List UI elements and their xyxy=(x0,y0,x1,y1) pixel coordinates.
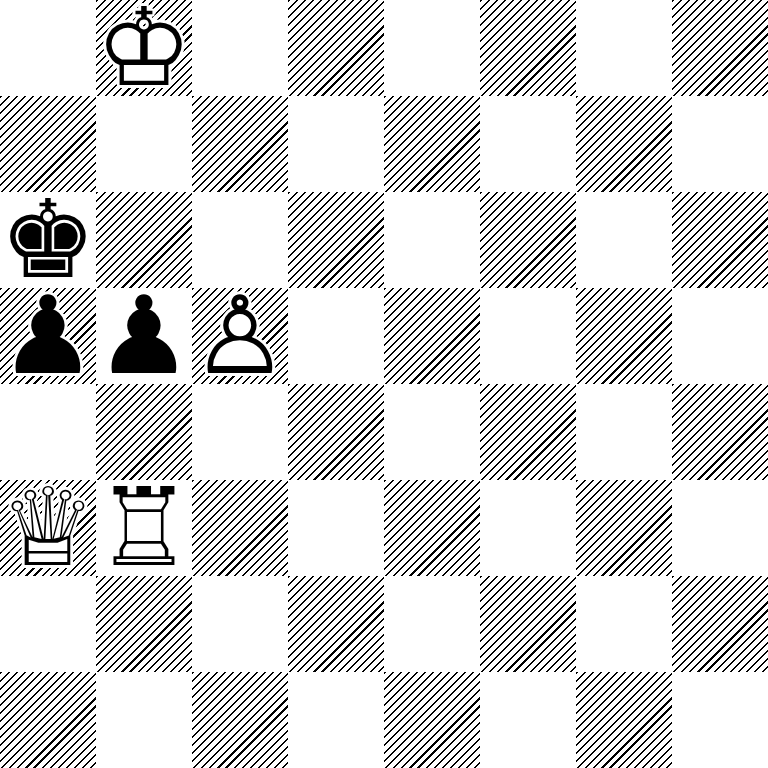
square-c3[interactable] xyxy=(192,480,288,576)
square-f8[interactable] xyxy=(480,0,576,96)
square-g6[interactable] xyxy=(576,192,672,288)
square-e4[interactable] xyxy=(384,384,480,480)
piece-black-pawn-icon: ♟ xyxy=(0,282,96,390)
square-a5[interactable]: ♟♟ xyxy=(0,288,96,384)
square-a3[interactable]: ♛♕ xyxy=(0,480,96,576)
square-a4[interactable] xyxy=(0,384,96,480)
square-e5[interactable] xyxy=(384,288,480,384)
square-c1[interactable] xyxy=(192,672,288,768)
square-f7[interactable] xyxy=(480,96,576,192)
piece-white-rook-icon: ♖ xyxy=(96,474,193,582)
square-b2[interactable] xyxy=(96,576,192,672)
white-pawn-silhouette-icon: ♟ xyxy=(192,282,289,390)
square-a6[interactable]: ♚♚ xyxy=(0,192,96,288)
square-a2[interactable] xyxy=(0,576,96,672)
white-queen-silhouette-icon: ♛ xyxy=(0,474,96,582)
square-h5[interactable] xyxy=(672,288,768,384)
square-b7[interactable] xyxy=(96,96,192,192)
black-king-silhouette-icon: ♚ xyxy=(0,186,96,294)
square-g1[interactable] xyxy=(576,672,672,768)
square-d3[interactable] xyxy=(288,480,384,576)
square-b1[interactable] xyxy=(96,672,192,768)
square-e7[interactable] xyxy=(384,96,480,192)
piece-black-king-icon: ♚ xyxy=(0,186,96,294)
piece-black-pawn-icon: ♟ xyxy=(96,282,193,390)
square-f1[interactable] xyxy=(480,672,576,768)
black-pawn-silhouette-icon: ♟ xyxy=(96,282,193,390)
square-c8[interactable] xyxy=(192,0,288,96)
chess-board: ♚♔♚♚♟♟♟♟♟♙♛♕♜♖ xyxy=(0,0,768,768)
square-h3[interactable] xyxy=(672,480,768,576)
square-g8[interactable] xyxy=(576,0,672,96)
square-h8[interactable] xyxy=(672,0,768,96)
square-d8[interactable] xyxy=(288,0,384,96)
square-g5[interactable] xyxy=(576,288,672,384)
square-b8[interactable]: ♚♔ xyxy=(96,0,192,96)
square-c6[interactable] xyxy=(192,192,288,288)
square-e1[interactable] xyxy=(384,672,480,768)
square-c5[interactable]: ♟♙ xyxy=(192,288,288,384)
white-king-silhouette-icon: ♚ xyxy=(96,0,193,102)
square-d6[interactable] xyxy=(288,192,384,288)
piece-white-queen-icon: ♕ xyxy=(0,474,96,582)
square-g3[interactable] xyxy=(576,480,672,576)
square-h1[interactable] xyxy=(672,672,768,768)
white-rook-silhouette-icon: ♜ xyxy=(96,474,193,582)
square-d2[interactable] xyxy=(288,576,384,672)
square-c4[interactable] xyxy=(192,384,288,480)
piece-white-pawn-icon: ♙ xyxy=(192,282,289,390)
square-d5[interactable] xyxy=(288,288,384,384)
square-b6[interactable] xyxy=(96,192,192,288)
square-e2[interactable] xyxy=(384,576,480,672)
square-c7[interactable] xyxy=(192,96,288,192)
square-h7[interactable] xyxy=(672,96,768,192)
square-a1[interactable] xyxy=(0,672,96,768)
square-a7[interactable] xyxy=(0,96,96,192)
square-a8[interactable] xyxy=(0,0,96,96)
square-b4[interactable] xyxy=(96,384,192,480)
square-e6[interactable] xyxy=(384,192,480,288)
square-f6[interactable] xyxy=(480,192,576,288)
square-h6[interactable] xyxy=(672,192,768,288)
square-e8[interactable] xyxy=(384,0,480,96)
black-pawn-silhouette-icon: ♟ xyxy=(0,282,96,390)
square-b3[interactable]: ♜♖ xyxy=(96,480,192,576)
piece-white-king-icon: ♔ xyxy=(96,0,193,102)
square-g7[interactable] xyxy=(576,96,672,192)
square-g2[interactable] xyxy=(576,576,672,672)
square-d7[interactable] xyxy=(288,96,384,192)
square-d4[interactable] xyxy=(288,384,384,480)
square-e3[interactable] xyxy=(384,480,480,576)
square-g4[interactable] xyxy=(576,384,672,480)
square-h4[interactable] xyxy=(672,384,768,480)
square-f3[interactable] xyxy=(480,480,576,576)
square-h2[interactable] xyxy=(672,576,768,672)
square-b5[interactable]: ♟♟ xyxy=(96,288,192,384)
square-f4[interactable] xyxy=(480,384,576,480)
square-f5[interactable] xyxy=(480,288,576,384)
square-c2[interactable] xyxy=(192,576,288,672)
square-f2[interactable] xyxy=(480,576,576,672)
square-d1[interactable] xyxy=(288,672,384,768)
